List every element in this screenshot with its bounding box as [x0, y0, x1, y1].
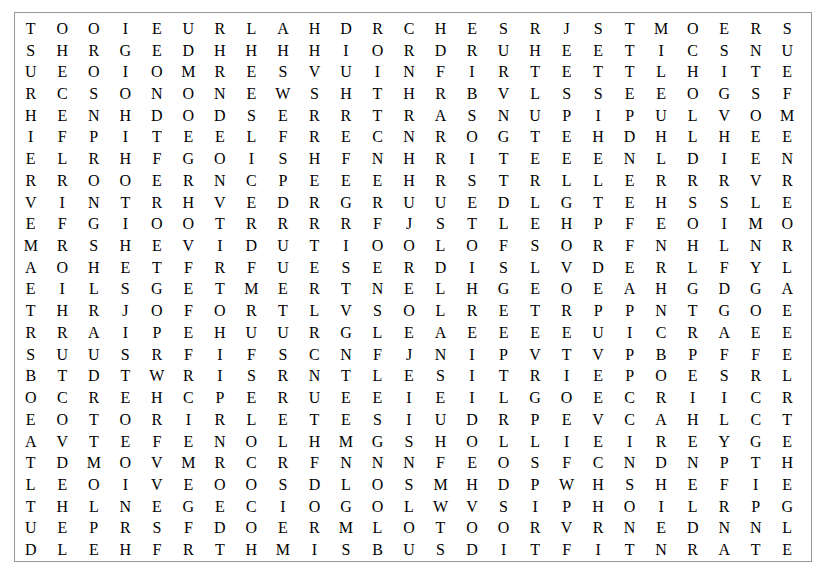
- grid-cell[interactable]: O: [551, 279, 583, 301]
- grid-cell[interactable]: E: [47, 474, 79, 496]
- grid-cell[interactable]: O: [78, 474, 110, 496]
- grid-cell[interactable]: E: [645, 213, 677, 235]
- grid-cell[interactable]: O: [456, 518, 488, 540]
- grid-cell[interactable]: O: [393, 300, 425, 322]
- grid-cell[interactable]: T: [614, 40, 646, 62]
- grid-cell[interactable]: R: [47, 170, 79, 192]
- grid-cell[interactable]: F: [173, 518, 205, 540]
- grid-cell[interactable]: G: [677, 279, 709, 301]
- grid-cell[interactable]: R: [488, 409, 520, 431]
- grid-cell[interactable]: T: [771, 409, 803, 431]
- grid-cell[interactable]: O: [236, 431, 268, 453]
- grid-cell[interactable]: O: [141, 213, 173, 235]
- grid-cell[interactable]: O: [236, 474, 268, 496]
- grid-cell[interactable]: S: [267, 344, 299, 366]
- grid-cell[interactable]: I: [15, 127, 47, 149]
- grid-cell[interactable]: V: [740, 170, 772, 192]
- grid-cell[interactable]: E: [204, 496, 236, 518]
- grid-cell[interactable]: N: [393, 127, 425, 149]
- grid-cell[interactable]: U: [488, 40, 520, 62]
- grid-cell[interactable]: T: [614, 61, 646, 83]
- grid-cell[interactable]: N: [740, 40, 772, 62]
- grid-cell[interactable]: G: [173, 496, 205, 518]
- grid-cell[interactable]: P: [204, 387, 236, 409]
- grid-cell[interactable]: G: [708, 300, 740, 322]
- grid-cell[interactable]: L: [488, 431, 520, 453]
- grid-cell[interactable]: O: [15, 387, 47, 409]
- grid-cell[interactable]: I: [110, 474, 142, 496]
- grid-cell[interactable]: H: [456, 474, 488, 496]
- grid-cell[interactable]: T: [15, 18, 47, 40]
- grid-cell[interactable]: E: [614, 257, 646, 279]
- grid-cell[interactable]: R: [362, 192, 394, 214]
- grid-cell[interactable]: U: [330, 61, 362, 83]
- grid-cell[interactable]: T: [582, 61, 614, 83]
- grid-cell[interactable]: E: [771, 344, 803, 366]
- grid-cell[interactable]: E: [456, 452, 488, 474]
- grid-cell[interactable]: E: [393, 366, 425, 388]
- grid-cell[interactable]: P: [614, 105, 646, 127]
- grid-cell[interactable]: R: [299, 518, 331, 540]
- grid-cell[interactable]: R: [708, 170, 740, 192]
- grid-cell[interactable]: L: [362, 322, 394, 344]
- grid-cell[interactable]: N: [204, 170, 236, 192]
- grid-cell[interactable]: N: [677, 452, 709, 474]
- grid-cell[interactable]: L: [236, 18, 268, 40]
- grid-cell[interactable]: R: [393, 105, 425, 127]
- grid-cell[interactable]: S: [267, 474, 299, 496]
- grid-cell[interactable]: R: [645, 387, 677, 409]
- grid-cell[interactable]: H: [204, 322, 236, 344]
- grid-cell[interactable]: O: [173, 105, 205, 127]
- grid-cell[interactable]: R: [519, 518, 551, 540]
- grid-cell[interactable]: R: [771, 170, 803, 192]
- grid-cell[interactable]: E: [456, 322, 488, 344]
- grid-cell[interactable]: T: [582, 192, 614, 214]
- grid-cell[interactable]: H: [645, 192, 677, 214]
- grid-cell[interactable]: I: [173, 409, 205, 431]
- grid-cell[interactable]: E: [15, 213, 47, 235]
- grid-cell[interactable]: T: [141, 127, 173, 149]
- grid-cell[interactable]: E: [110, 387, 142, 409]
- grid-cell[interactable]: N: [488, 105, 520, 127]
- grid-cell[interactable]: P: [614, 366, 646, 388]
- grid-cell[interactable]: T: [519, 539, 551, 561]
- grid-cell[interactable]: I: [362, 61, 394, 83]
- grid-cell[interactable]: H: [519, 40, 551, 62]
- grid-cell[interactable]: O: [141, 61, 173, 83]
- grid-cell[interactable]: N: [110, 496, 142, 518]
- grid-cell[interactable]: P: [582, 213, 614, 235]
- grid-cell[interactable]: F: [141, 431, 173, 453]
- grid-cell[interactable]: A: [771, 279, 803, 301]
- grid-cell[interactable]: E: [267, 279, 299, 301]
- grid-cell[interactable]: R: [299, 322, 331, 344]
- grid-cell[interactable]: G: [330, 192, 362, 214]
- grid-cell[interactable]: O: [393, 235, 425, 257]
- grid-cell[interactable]: U: [78, 344, 110, 366]
- grid-cell[interactable]: E: [519, 322, 551, 344]
- grid-cell[interactable]: M: [173, 61, 205, 83]
- grid-cell[interactable]: F: [236, 257, 268, 279]
- grid-cell[interactable]: F: [362, 213, 394, 235]
- grid-cell[interactable]: I: [330, 235, 362, 257]
- grid-cell[interactable]: G: [519, 387, 551, 409]
- grid-cell[interactable]: O: [141, 300, 173, 322]
- grid-cell[interactable]: C: [362, 127, 394, 149]
- grid-cell[interactable]: D: [15, 539, 47, 561]
- grid-cell[interactable]: I: [110, 322, 142, 344]
- grid-cell[interactable]: N: [740, 235, 772, 257]
- grid-cell[interactable]: S: [740, 83, 772, 105]
- grid-cell[interactable]: V: [488, 83, 520, 105]
- grid-cell[interactable]: N: [204, 431, 236, 453]
- grid-cell[interactable]: D: [236, 235, 268, 257]
- grid-cell[interactable]: C: [236, 170, 268, 192]
- grid-cell[interactable]: H: [110, 235, 142, 257]
- grid-cell[interactable]: H: [393, 83, 425, 105]
- grid-cell[interactable]: P: [740, 496, 772, 518]
- grid-cell[interactable]: F: [488, 235, 520, 257]
- grid-cell[interactable]: S: [708, 40, 740, 62]
- grid-cell[interactable]: V: [299, 61, 331, 83]
- grid-cell[interactable]: U: [47, 344, 79, 366]
- grid-cell[interactable]: E: [771, 300, 803, 322]
- grid-cell[interactable]: R: [393, 257, 425, 279]
- grid-cell[interactable]: C: [173, 387, 205, 409]
- grid-cell[interactable]: E: [362, 170, 394, 192]
- grid-cell[interactable]: R: [15, 83, 47, 105]
- grid-cell[interactable]: H: [677, 61, 709, 83]
- grid-cell[interactable]: I: [740, 474, 772, 496]
- grid-cell[interactable]: C: [582, 452, 614, 474]
- grid-cell[interactable]: O: [740, 300, 772, 322]
- grid-cell[interactable]: P: [582, 300, 614, 322]
- grid-cell[interactable]: E: [236, 192, 268, 214]
- grid-cell[interactable]: S: [771, 18, 803, 40]
- grid-cell[interactable]: E: [141, 235, 173, 257]
- grid-cell[interactable]: L: [362, 366, 394, 388]
- grid-cell[interactable]: L: [519, 257, 551, 279]
- grid-cell[interactable]: E: [740, 322, 772, 344]
- grid-cell[interactable]: F: [173, 344, 205, 366]
- grid-cell[interactable]: A: [267, 18, 299, 40]
- grid-cell[interactable]: S: [519, 235, 551, 257]
- grid-cell[interactable]: E: [645, 83, 677, 105]
- grid-cell[interactable]: D: [425, 257, 457, 279]
- grid-cell[interactable]: G: [78, 213, 110, 235]
- grid-cell[interactable]: D: [267, 192, 299, 214]
- grid-cell[interactable]: R: [267, 452, 299, 474]
- grid-cell[interactable]: N: [425, 344, 457, 366]
- grid-cell[interactable]: M: [267, 539, 299, 561]
- grid-cell[interactable]: R: [362, 18, 394, 40]
- grid-cell[interactable]: S: [330, 539, 362, 561]
- grid-cell[interactable]: N: [204, 83, 236, 105]
- grid-cell[interactable]: J: [393, 213, 425, 235]
- grid-cell[interactable]: E: [614, 170, 646, 192]
- grid-cell[interactable]: R: [519, 18, 551, 40]
- grid-cell[interactable]: D: [677, 518, 709, 540]
- grid-cell[interactable]: T: [267, 300, 299, 322]
- grid-cell[interactable]: V: [173, 235, 205, 257]
- grid-cell[interactable]: R: [393, 40, 425, 62]
- grid-cell[interactable]: L: [645, 61, 677, 83]
- grid-cell[interactable]: G: [362, 431, 394, 453]
- grid-cell[interactable]: C: [614, 387, 646, 409]
- grid-cell[interactable]: T: [362, 83, 394, 105]
- grid-cell[interactable]: T: [78, 409, 110, 431]
- grid-cell[interactable]: M: [771, 105, 803, 127]
- grid-cell[interactable]: W: [141, 366, 173, 388]
- grid-cell[interactable]: T: [330, 366, 362, 388]
- grid-cell[interactable]: I: [204, 344, 236, 366]
- grid-cell[interactable]: L: [551, 170, 583, 192]
- grid-cell[interactable]: C: [236, 452, 268, 474]
- grid-cell[interactable]: R: [204, 257, 236, 279]
- grid-cell[interactable]: C: [299, 344, 331, 366]
- grid-cell[interactable]: E: [393, 322, 425, 344]
- grid-cell[interactable]: C: [393, 18, 425, 40]
- grid-cell[interactable]: O: [456, 431, 488, 453]
- grid-cell[interactable]: E: [15, 148, 47, 170]
- grid-cell[interactable]: E: [267, 105, 299, 127]
- grid-cell[interactable]: E: [141, 170, 173, 192]
- grid-cell[interactable]: T: [677, 300, 709, 322]
- grid-cell[interactable]: R: [330, 213, 362, 235]
- grid-cell[interactable]: N: [362, 279, 394, 301]
- grid-cell[interactable]: D: [141, 105, 173, 127]
- grid-cell[interactable]: R: [677, 170, 709, 192]
- grid-cell[interactable]: O: [173, 213, 205, 235]
- grid-cell[interactable]: O: [362, 235, 394, 257]
- grid-cell[interactable]: C: [47, 83, 79, 105]
- grid-cell[interactable]: P: [78, 127, 110, 149]
- grid-cell[interactable]: H: [645, 474, 677, 496]
- grid-cell[interactable]: O: [740, 105, 772, 127]
- grid-cell[interactable]: O: [488, 518, 520, 540]
- grid-cell[interactable]: L: [677, 105, 709, 127]
- grid-cell[interactable]: M: [330, 431, 362, 453]
- grid-cell[interactable]: O: [47, 409, 79, 431]
- grid-cell[interactable]: F: [173, 300, 205, 322]
- grid-cell[interactable]: V: [519, 344, 551, 366]
- grid-cell[interactable]: N: [362, 452, 394, 474]
- grid-cell[interactable]: E: [677, 431, 709, 453]
- grid-cell[interactable]: O: [488, 452, 520, 474]
- grid-cell[interactable]: C: [47, 387, 79, 409]
- grid-cell[interactable]: D: [488, 474, 520, 496]
- grid-cell[interactable]: R: [141, 192, 173, 214]
- grid-cell[interactable]: B: [645, 344, 677, 366]
- grid-cell[interactable]: L: [677, 127, 709, 149]
- grid-cell[interactable]: D: [47, 452, 79, 474]
- grid-cell[interactable]: E: [236, 83, 268, 105]
- grid-cell[interactable]: D: [299, 474, 331, 496]
- grid-cell[interactable]: O: [236, 518, 268, 540]
- grid-cell[interactable]: C: [740, 387, 772, 409]
- grid-cell[interactable]: O: [47, 257, 79, 279]
- grid-cell[interactable]: O: [614, 496, 646, 518]
- grid-cell[interactable]: R: [204, 452, 236, 474]
- grid-cell[interactable]: H: [15, 105, 47, 127]
- grid-cell[interactable]: V: [551, 257, 583, 279]
- grid-cell[interactable]: R: [47, 235, 79, 257]
- grid-cell[interactable]: E: [330, 409, 362, 431]
- grid-cell[interactable]: F: [330, 148, 362, 170]
- grid-cell[interactable]: O: [110, 83, 142, 105]
- grid-cell[interactable]: L: [488, 387, 520, 409]
- grid-cell[interactable]: S: [236, 366, 268, 388]
- grid-cell[interactable]: E: [236, 387, 268, 409]
- grid-cell[interactable]: D: [456, 539, 488, 561]
- grid-cell[interactable]: S: [141, 518, 173, 540]
- grid-cell[interactable]: I: [708, 387, 740, 409]
- grid-cell[interactable]: E: [551, 148, 583, 170]
- grid-cell[interactable]: R: [141, 409, 173, 431]
- grid-cell[interactable]: T: [362, 105, 394, 127]
- grid-cell[interactable]: C: [677, 40, 709, 62]
- grid-cell[interactable]: H: [236, 539, 268, 561]
- grid-cell[interactable]: F: [614, 213, 646, 235]
- grid-cell[interactable]: V: [551, 518, 583, 540]
- grid-cell[interactable]: I: [456, 366, 488, 388]
- grid-cell[interactable]: H: [393, 170, 425, 192]
- grid-cell[interactable]: H: [236, 40, 268, 62]
- grid-cell[interactable]: O: [362, 496, 394, 518]
- grid-cell[interactable]: U: [299, 387, 331, 409]
- grid-cell[interactable]: E: [677, 474, 709, 496]
- grid-cell[interactable]: H: [582, 496, 614, 518]
- grid-cell[interactable]: E: [47, 105, 79, 127]
- grid-cell[interactable]: P: [519, 409, 551, 431]
- grid-cell[interactable]: O: [173, 83, 205, 105]
- grid-cell[interactable]: S: [78, 235, 110, 257]
- grid-cell[interactable]: E: [173, 127, 205, 149]
- grid-cell[interactable]: H: [582, 474, 614, 496]
- grid-cell[interactable]: A: [78, 322, 110, 344]
- grid-cell[interactable]: H: [47, 300, 79, 322]
- grid-cell[interactable]: E: [771, 322, 803, 344]
- grid-cell[interactable]: E: [582, 279, 614, 301]
- grid-cell[interactable]: H: [47, 40, 79, 62]
- grid-cell[interactable]: U: [267, 257, 299, 279]
- grid-cell[interactable]: T: [330, 279, 362, 301]
- grid-cell[interactable]: R: [78, 148, 110, 170]
- grid-cell[interactable]: L: [78, 496, 110, 518]
- grid-cell[interactable]: R: [78, 387, 110, 409]
- grid-cell[interactable]: R: [267, 366, 299, 388]
- grid-cell[interactable]: E: [362, 257, 394, 279]
- grid-cell[interactable]: I: [708, 213, 740, 235]
- grid-cell[interactable]: D: [582, 257, 614, 279]
- grid-cell[interactable]: R: [488, 61, 520, 83]
- grid-cell[interactable]: E: [110, 431, 142, 453]
- grid-cell[interactable]: U: [425, 192, 457, 214]
- grid-cell[interactable]: F: [362, 344, 394, 366]
- grid-cell[interactable]: T: [299, 235, 331, 257]
- grid-cell[interactable]: V: [330, 300, 362, 322]
- grid-cell[interactable]: S: [488, 496, 520, 518]
- grid-cell[interactable]: U: [393, 192, 425, 214]
- grid-cell[interactable]: H: [78, 257, 110, 279]
- grid-cell[interactable]: H: [551, 213, 583, 235]
- grid-cell[interactable]: L: [47, 148, 79, 170]
- grid-cell[interactable]: S: [330, 257, 362, 279]
- grid-cell[interactable]: F: [425, 61, 457, 83]
- grid-cell[interactable]: I: [393, 387, 425, 409]
- grid-cell[interactable]: G: [708, 83, 740, 105]
- grid-cell[interactable]: T: [141, 257, 173, 279]
- grid-cell[interactable]: A: [708, 322, 740, 344]
- grid-cell[interactable]: M: [173, 452, 205, 474]
- grid-cell[interactable]: S: [582, 83, 614, 105]
- grid-cell[interactable]: L: [677, 257, 709, 279]
- grid-cell[interactable]: R: [425, 170, 457, 192]
- grid-cell[interactable]: E: [456, 192, 488, 214]
- grid-cell[interactable]: I: [110, 18, 142, 40]
- grid-cell[interactable]: P: [488, 344, 520, 366]
- grid-cell[interactable]: H: [173, 192, 205, 214]
- grid-cell[interactable]: W: [551, 474, 583, 496]
- grid-cell[interactable]: R: [645, 257, 677, 279]
- grid-cell[interactable]: O: [47, 18, 79, 40]
- grid-cell[interactable]: P: [551, 496, 583, 518]
- grid-cell[interactable]: D: [488, 192, 520, 214]
- grid-cell[interactable]: E: [330, 170, 362, 192]
- grid-cell[interactable]: N: [771, 148, 803, 170]
- grid-cell[interactable]: A: [15, 431, 47, 453]
- grid-cell[interactable]: S: [456, 170, 488, 192]
- grid-cell[interactable]: H: [47, 496, 79, 518]
- grid-cell[interactable]: E: [204, 127, 236, 149]
- grid-cell[interactable]: E: [141, 18, 173, 40]
- grid-cell[interactable]: T: [488, 170, 520, 192]
- grid-cell[interactable]: C: [236, 496, 268, 518]
- grid-cell[interactable]: A: [645, 409, 677, 431]
- grid-cell[interactable]: I: [204, 235, 236, 257]
- grid-cell[interactable]: S: [456, 105, 488, 127]
- grid-cell[interactable]: I: [110, 127, 142, 149]
- grid-cell[interactable]: O: [110, 452, 142, 474]
- grid-cell[interactable]: L: [771, 518, 803, 540]
- grid-cell[interactable]: E: [141, 40, 173, 62]
- grid-cell[interactable]: E: [488, 300, 520, 322]
- grid-cell[interactable]: T: [110, 366, 142, 388]
- grid-cell[interactable]: G: [141, 279, 173, 301]
- grid-cell[interactable]: I: [267, 496, 299, 518]
- grid-cell[interactable]: D: [456, 409, 488, 431]
- grid-cell[interactable]: H: [425, 18, 457, 40]
- grid-cell[interactable]: L: [708, 409, 740, 431]
- grid-cell[interactable]: P: [551, 105, 583, 127]
- grid-cell[interactable]: R: [519, 366, 551, 388]
- grid-cell[interactable]: R: [740, 366, 772, 388]
- grid-cell[interactable]: E: [173, 474, 205, 496]
- grid-cell[interactable]: I: [456, 148, 488, 170]
- grid-cell[interactable]: I: [645, 40, 677, 62]
- grid-cell[interactable]: E: [173, 431, 205, 453]
- grid-cell[interactable]: N: [78, 192, 110, 214]
- grid-cell[interactable]: P: [267, 170, 299, 192]
- grid-cell[interactable]: H: [708, 127, 740, 149]
- grid-cell[interactable]: L: [582, 170, 614, 192]
- grid-cell[interactable]: E: [771, 539, 803, 561]
- grid-cell[interactable]: T: [299, 409, 331, 431]
- grid-cell[interactable]: U: [173, 18, 205, 40]
- grid-cell[interactable]: J: [551, 18, 583, 40]
- grid-cell[interactable]: H: [330, 83, 362, 105]
